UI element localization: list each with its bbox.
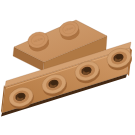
product-image-canvas: LEGO LEGO: [0, 0, 135, 135]
lego-piece-render: LEGO LEGO: [0, 0, 135, 135]
